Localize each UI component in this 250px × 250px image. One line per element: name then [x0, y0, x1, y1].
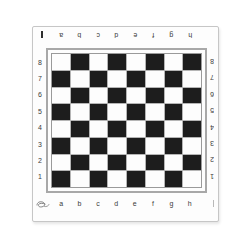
file-label-top-a: a	[52, 30, 70, 41]
square-g2[interactable]	[165, 155, 183, 171]
square-c2[interactable]	[90, 155, 108, 171]
top-left-registration-mark	[41, 31, 43, 38]
square-b4[interactable]	[71, 121, 89, 137]
square-f4[interactable]	[146, 121, 164, 137]
rank-label-right-5: 5	[207, 103, 217, 119]
file-label-top-g: g	[162, 30, 180, 41]
file-label-top-f: f	[144, 30, 162, 41]
rank-label-right-7: 7	[207, 70, 217, 86]
square-a7[interactable]	[52, 71, 70, 87]
file-label-bottom-g: g	[162, 198, 180, 209]
square-f2[interactable]	[146, 155, 164, 171]
chess-mat: abcdefgh 87654321 87654321 abcdefgh	[32, 26, 219, 222]
rank-label-right-1: 1	[207, 169, 217, 185]
file-label-top-e: e	[126, 30, 144, 41]
square-h6[interactable]	[183, 88, 201, 104]
square-f6[interactable]	[146, 88, 164, 104]
square-h5[interactable]	[183, 104, 201, 120]
square-d6[interactable]	[108, 88, 126, 104]
square-a6[interactable]	[52, 88, 70, 104]
square-h4[interactable]	[183, 121, 201, 137]
file-label-bottom-a: a	[52, 198, 70, 209]
rank-label-left-5: 5	[35, 103, 45, 119]
square-g1[interactable]	[165, 171, 183, 187]
square-e2[interactable]	[127, 155, 145, 171]
square-f5[interactable]	[146, 104, 164, 120]
square-d1[interactable]	[108, 171, 126, 187]
square-e8[interactable]	[127, 54, 145, 70]
square-e7[interactable]	[127, 71, 145, 87]
file-labels-top: abcdefgh	[52, 30, 199, 41]
rank-label-left-8: 8	[35, 54, 45, 70]
file-label-bottom-d: d	[107, 198, 125, 209]
file-label-bottom-h: h	[181, 198, 199, 209]
square-c5[interactable]	[90, 104, 108, 120]
square-f7[interactable]	[146, 71, 164, 87]
square-a1[interactable]	[52, 171, 70, 187]
square-f8[interactable]	[146, 54, 164, 70]
file-labels-bottom: abcdefgh	[52, 198, 199, 209]
square-h1[interactable]	[183, 171, 201, 187]
file-label-top-b: b	[70, 30, 88, 41]
square-e4[interactable]	[127, 121, 145, 137]
file-label-bottom-b: b	[70, 198, 88, 209]
square-h7[interactable]	[183, 71, 201, 87]
board-inner-border	[51, 53, 202, 188]
square-h8[interactable]	[183, 54, 201, 70]
square-d5[interactable]	[108, 104, 126, 120]
board-grid	[52, 54, 201, 187]
rank-label-left-4: 4	[35, 120, 45, 136]
square-b5[interactable]	[71, 104, 89, 120]
square-b7[interactable]	[71, 71, 89, 87]
square-e6[interactable]	[127, 88, 145, 104]
bottom-right-registration-mark	[213, 200, 214, 207]
photo-background: abcdefgh 87654321 87654321 abcdefgh	[0, 0, 250, 250]
square-d7[interactable]	[108, 71, 126, 87]
rank-labels-right: 87654321	[207, 54, 217, 185]
file-label-bottom-f: f	[144, 198, 162, 209]
rank-label-right-6: 6	[207, 87, 217, 103]
brand-logo-icon	[35, 199, 51, 210]
square-c7[interactable]	[90, 71, 108, 87]
square-b1[interactable]	[71, 171, 89, 187]
file-label-top-h: h	[181, 30, 199, 41]
square-d8[interactable]	[108, 54, 126, 70]
square-c6[interactable]	[90, 88, 108, 104]
rank-label-left-7: 7	[35, 70, 45, 86]
square-h3[interactable]	[183, 138, 201, 154]
square-a8[interactable]	[52, 54, 70, 70]
square-b8[interactable]	[71, 54, 89, 70]
square-d4[interactable]	[108, 121, 126, 137]
file-label-top-d: d	[107, 30, 125, 41]
square-e1[interactable]	[127, 171, 145, 187]
square-g7[interactable]	[165, 71, 183, 87]
square-c1[interactable]	[90, 171, 108, 187]
rank-label-left-6: 6	[35, 87, 45, 103]
square-d3[interactable]	[108, 138, 126, 154]
square-d2[interactable]	[108, 155, 126, 171]
square-c8[interactable]	[90, 54, 108, 70]
board-frame	[46, 48, 207, 193]
square-b6[interactable]	[71, 88, 89, 104]
rank-label-right-8: 8	[207, 54, 217, 70]
square-g5[interactable]	[165, 104, 183, 120]
square-a5[interactable]	[52, 104, 70, 120]
rank-label-right-3: 3	[207, 136, 217, 152]
square-c3[interactable]	[90, 138, 108, 154]
rank-label-left-1: 1	[35, 169, 45, 185]
square-c4[interactable]	[90, 121, 108, 137]
square-f1[interactable]	[146, 171, 164, 187]
square-g6[interactable]	[165, 88, 183, 104]
square-g4[interactable]	[165, 121, 183, 137]
square-g8[interactable]	[165, 54, 183, 70]
square-g3[interactable]	[165, 138, 183, 154]
file-label-bottom-c: c	[89, 198, 107, 209]
file-label-top-c: c	[89, 30, 107, 41]
square-e5[interactable]	[127, 104, 145, 120]
rank-label-left-2: 2	[35, 152, 45, 168]
square-b2[interactable]	[71, 155, 89, 171]
rank-label-right-2: 2	[207, 152, 217, 168]
file-label-bottom-e: e	[126, 198, 144, 209]
square-h2[interactable]	[183, 155, 201, 171]
rank-labels-left: 87654321	[35, 54, 45, 185]
square-e3[interactable]	[127, 138, 145, 154]
square-a2[interactable]	[52, 155, 70, 171]
rank-label-left-3: 3	[35, 136, 45, 152]
square-b3[interactable]	[71, 138, 89, 154]
square-f3[interactable]	[146, 138, 164, 154]
square-a3[interactable]	[52, 138, 70, 154]
square-a4[interactable]	[52, 121, 70, 137]
rank-label-right-4: 4	[207, 120, 217, 136]
